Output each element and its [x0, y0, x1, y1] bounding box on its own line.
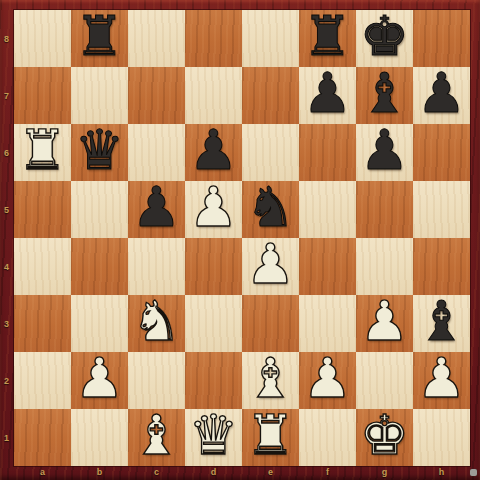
piece-black-pawn[interactable]: ♟ — [417, 65, 466, 122]
square-e3[interactable] — [242, 295, 299, 352]
square-e4[interactable]: ♟ — [242, 238, 299, 295]
piece-black-bishop[interactable]: ♝ — [360, 65, 409, 122]
piece-white-queen[interactable]: ♛ — [189, 407, 238, 464]
piece-black-pawn[interactable]: ♟ — [303, 65, 352, 122]
rank-label-8: 8 — [0, 10, 13, 67]
rank-label-3: 3 — [0, 295, 13, 352]
square-f1[interactable] — [299, 409, 356, 466]
square-d4[interactable] — [185, 238, 242, 295]
piece-white-rook[interactable]: ♜ — [246, 407, 295, 464]
square-f5[interactable] — [299, 181, 356, 238]
square-c8[interactable] — [128, 10, 185, 67]
square-f2[interactable]: ♟ — [299, 352, 356, 409]
piece-white-pawn[interactable]: ♟ — [189, 179, 238, 236]
file-label-g: g — [356, 466, 413, 480]
rank-label-4: 4 — [0, 238, 13, 295]
piece-white-pawn[interactable]: ♟ — [75, 350, 124, 407]
square-g5[interactable] — [356, 181, 413, 238]
square-d3[interactable] — [185, 295, 242, 352]
square-a2[interactable] — [14, 352, 71, 409]
piece-black-knight[interactable]: ♞ — [246, 179, 295, 236]
square-a6[interactable]: ♜ — [14, 124, 71, 181]
square-f4[interactable] — [299, 238, 356, 295]
square-h8[interactable] — [413, 10, 470, 67]
square-b3[interactable] — [71, 295, 128, 352]
piece-white-pawn[interactable]: ♟ — [303, 350, 352, 407]
file-label-h: h — [413, 466, 470, 480]
square-c7[interactable] — [128, 67, 185, 124]
chess-board[interactable]: ♜♜♚♟♝♟♜♛♟♟♟♟♞♟♞♟♝♟♝♟♟♝♛♜♚ — [14, 10, 470, 466]
square-b4[interactable] — [71, 238, 128, 295]
square-d8[interactable] — [185, 10, 242, 67]
rank-label-7: 7 — [0, 67, 13, 124]
square-a5[interactable] — [14, 181, 71, 238]
rank-label-6: 6 — [0, 124, 13, 181]
piece-black-bishop[interactable]: ♝ — [417, 293, 466, 350]
piece-black-king[interactable]: ♚ — [360, 8, 409, 65]
file-label-d: d — [185, 466, 242, 480]
piece-black-rook[interactable]: ♜ — [303, 8, 352, 65]
square-e8[interactable] — [242, 10, 299, 67]
square-h4[interactable] — [413, 238, 470, 295]
square-a8[interactable] — [14, 10, 71, 67]
square-h1[interactable] — [413, 409, 470, 466]
square-g3[interactable]: ♟ — [356, 295, 413, 352]
square-c4[interactable] — [128, 238, 185, 295]
piece-black-queen[interactable]: ♛ — [75, 122, 124, 179]
piece-black-rook[interactable]: ♜ — [75, 8, 124, 65]
square-b1[interactable] — [71, 409, 128, 466]
file-label-b: b — [71, 466, 128, 480]
corner-marker — [470, 469, 477, 476]
square-d1[interactable]: ♛ — [185, 409, 242, 466]
square-h5[interactable] — [413, 181, 470, 238]
square-g4[interactable] — [356, 238, 413, 295]
square-a7[interactable] — [14, 67, 71, 124]
rank-label-5: 5 — [0, 181, 13, 238]
piece-black-pawn[interactable]: ♟ — [189, 122, 238, 179]
square-b2[interactable]: ♟ — [71, 352, 128, 409]
rank-label-1: 1 — [0, 409, 13, 466]
piece-white-pawn[interactable]: ♟ — [360, 293, 409, 350]
square-e7[interactable] — [242, 67, 299, 124]
square-h2[interactable]: ♟ — [413, 352, 470, 409]
square-b6[interactable]: ♛ — [71, 124, 128, 181]
square-f3[interactable] — [299, 295, 356, 352]
piece-white-pawn[interactable]: ♟ — [417, 350, 466, 407]
square-a3[interactable] — [14, 295, 71, 352]
square-f6[interactable] — [299, 124, 356, 181]
square-b8[interactable]: ♜ — [71, 10, 128, 67]
piece-white-bishop[interactable]: ♝ — [132, 407, 181, 464]
square-h3[interactable]: ♝ — [413, 295, 470, 352]
piece-white-knight[interactable]: ♞ — [132, 293, 181, 350]
square-d7[interactable] — [185, 67, 242, 124]
piece-white-rook[interactable]: ♜ — [18, 122, 67, 179]
rank-label-2: 2 — [0, 352, 13, 409]
piece-white-bishop[interactable]: ♝ — [246, 350, 295, 407]
square-d6[interactable]: ♟ — [185, 124, 242, 181]
square-d5[interactable]: ♟ — [185, 181, 242, 238]
square-a4[interactable] — [14, 238, 71, 295]
square-c2[interactable] — [128, 352, 185, 409]
square-e2[interactable]: ♝ — [242, 352, 299, 409]
file-label-f: f — [299, 466, 356, 480]
square-d2[interactable] — [185, 352, 242, 409]
square-e5[interactable]: ♞ — [242, 181, 299, 238]
square-g6[interactable]: ♟ — [356, 124, 413, 181]
square-g7[interactable]: ♝ — [356, 67, 413, 124]
file-label-e: e — [242, 466, 299, 480]
square-f7[interactable]: ♟ — [299, 67, 356, 124]
square-c3[interactable]: ♞ — [128, 295, 185, 352]
square-g2[interactable] — [356, 352, 413, 409]
square-e6[interactable] — [242, 124, 299, 181]
piece-white-king[interactable]: ♚ — [360, 407, 409, 464]
square-c5[interactable]: ♟ — [128, 181, 185, 238]
square-b5[interactable] — [71, 181, 128, 238]
square-g1[interactable]: ♚ — [356, 409, 413, 466]
square-g8[interactable]: ♚ — [356, 10, 413, 67]
file-label-c: c — [128, 466, 185, 480]
square-a1[interactable] — [14, 409, 71, 466]
piece-white-pawn[interactable]: ♟ — [246, 236, 295, 293]
square-h7[interactable]: ♟ — [413, 67, 470, 124]
square-b7[interactable] — [71, 67, 128, 124]
chessboard-window: ♜♜♚♟♝♟♜♛♟♟♟♟♞♟♞♟♝♟♝♟♟♝♛♜♚ 87654321abcdef… — [0, 0, 480, 480]
square-f8[interactable]: ♜ — [299, 10, 356, 67]
square-c1[interactable]: ♝ — [128, 409, 185, 466]
square-h6[interactable] — [413, 124, 470, 181]
file-label-a: a — [14, 466, 71, 480]
piece-black-pawn[interactable]: ♟ — [360, 122, 409, 179]
square-e1[interactable]: ♜ — [242, 409, 299, 466]
piece-black-pawn[interactable]: ♟ — [132, 179, 181, 236]
square-c6[interactable] — [128, 124, 185, 181]
